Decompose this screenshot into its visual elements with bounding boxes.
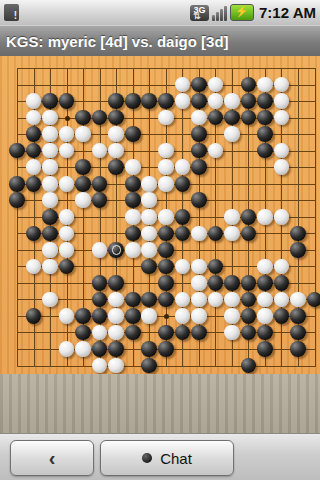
black-stone <box>92 275 108 291</box>
black-stone <box>158 259 174 275</box>
chat-button[interactable]: Chat <box>100 440 234 476</box>
white-stone <box>141 176 157 192</box>
white-stone <box>175 159 191 175</box>
black-stone <box>108 93 124 109</box>
white-stone <box>208 143 224 159</box>
black-stone <box>75 176 91 192</box>
white-stone <box>158 209 174 225</box>
grid-line-h <box>17 366 316 367</box>
black-stone <box>108 110 124 126</box>
signal-strength-icon <box>212 5 227 21</box>
black-stone <box>92 192 108 208</box>
black-stone <box>75 325 91 341</box>
white-stone <box>257 308 273 324</box>
battery-charging-icon <box>230 4 254 21</box>
white-stone <box>42 176 58 192</box>
white-stone <box>42 110 58 126</box>
white-stone <box>257 259 273 275</box>
black-stone <box>241 308 257 324</box>
white-stone <box>42 126 58 142</box>
black-stone <box>141 341 157 357</box>
black-stone <box>208 226 224 242</box>
black-stone <box>141 358 157 374</box>
star-point <box>164 314 169 319</box>
white-stone <box>274 209 290 225</box>
white-stone <box>257 77 273 93</box>
black-stone <box>241 209 257 225</box>
white-stone <box>42 242 58 258</box>
game-title: KGS: myeric [4d] vs. daigo [3d] <box>0 33 229 50</box>
white-stone <box>158 159 174 175</box>
title-bar: KGS: myeric [4d] vs. daigo [3d] <box>0 25 320 56</box>
white-stone <box>59 341 75 357</box>
white-stone <box>75 126 91 142</box>
white-stone <box>42 292 58 308</box>
android-status-bar: 3G 7:12 AM <box>0 0 320 25</box>
black-stone <box>241 93 257 109</box>
white-stone <box>108 143 124 159</box>
black-stone <box>42 93 58 109</box>
black-stone <box>92 292 108 308</box>
black-stone <box>158 93 174 109</box>
black-stone <box>224 275 240 291</box>
turn-indicator-black-stone-icon <box>142 453 152 463</box>
black-stone <box>158 292 174 308</box>
black-stone <box>92 308 108 324</box>
app-screen: 3G 7:12 AM KGS: myeric [4d] vs. daigo [3… <box>0 0 320 480</box>
black-stone <box>257 325 273 341</box>
white-stone <box>141 226 157 242</box>
black-stone <box>42 209 58 225</box>
white-stone <box>158 143 174 159</box>
3g-data-icon: 3G <box>190 5 209 21</box>
white-stone <box>191 308 207 324</box>
black-stone <box>125 308 141 324</box>
chat-button-label: Chat <box>160 450 192 467</box>
white-stone <box>175 308 191 324</box>
black-stone <box>75 110 91 126</box>
white-stone <box>108 292 124 308</box>
black-stone <box>75 308 91 324</box>
black-stone <box>208 110 224 126</box>
white-stone <box>224 308 240 324</box>
black-stone <box>26 176 42 192</box>
black-stone <box>274 275 290 291</box>
white-stone <box>224 209 240 225</box>
black-stone <box>191 93 207 109</box>
white-stone <box>26 159 42 175</box>
black-stone <box>42 226 58 242</box>
white-stone <box>191 110 207 126</box>
white-stone <box>75 341 91 357</box>
black-stone <box>125 292 141 308</box>
white-stone <box>92 242 108 258</box>
black-stone <box>290 242 306 258</box>
black-stone <box>290 341 306 357</box>
black-stone <box>141 292 157 308</box>
white-stone <box>191 226 207 242</box>
black-stone <box>125 93 141 109</box>
back-chevron-icon: ‹ <box>49 447 56 470</box>
black-stone <box>75 159 91 175</box>
white-stone <box>208 77 224 93</box>
white-stone <box>108 126 124 142</box>
white-stone <box>175 93 191 109</box>
white-stone <box>224 93 240 109</box>
black-stone <box>158 341 174 357</box>
white-stone <box>274 77 290 93</box>
black-stone <box>92 341 108 357</box>
white-stone <box>108 358 124 374</box>
white-stone <box>274 143 290 159</box>
black-stone <box>125 325 141 341</box>
white-stone <box>175 292 191 308</box>
white-stone <box>59 176 75 192</box>
black-stone <box>158 242 174 258</box>
black-stone <box>125 176 141 192</box>
white-stone <box>224 325 240 341</box>
black-stone <box>26 308 42 324</box>
black-stone <box>191 192 207 208</box>
black-stone <box>241 77 257 93</box>
white-stone <box>42 192 58 208</box>
white-stone <box>75 192 91 208</box>
black-stone <box>241 292 257 308</box>
white-stone <box>26 110 42 126</box>
black-stone <box>9 192 25 208</box>
black-stone <box>175 226 191 242</box>
white-stone <box>191 259 207 275</box>
black-stone <box>241 275 257 291</box>
black-stone <box>158 275 174 291</box>
black-stone <box>9 176 25 192</box>
black-stone <box>257 126 273 142</box>
tray-strip: ? 185 <box>0 374 320 433</box>
black-stone-last-move <box>108 242 124 258</box>
white-stone <box>125 242 141 258</box>
black-stone <box>241 226 257 242</box>
black-stone <box>125 226 141 242</box>
black-stone <box>191 126 207 142</box>
black-stone <box>290 325 306 341</box>
black-stone <box>191 325 207 341</box>
white-stone <box>158 176 174 192</box>
black-stone <box>175 209 191 225</box>
black-stone <box>158 226 174 242</box>
black-stone <box>26 143 42 159</box>
black-stone <box>108 159 124 175</box>
white-stone <box>92 143 108 159</box>
white-stone <box>141 192 157 208</box>
white-stone <box>191 292 207 308</box>
black-stone <box>274 308 290 324</box>
white-stone <box>125 209 141 225</box>
black-stone <box>257 110 273 126</box>
black-stone <box>307 292 320 308</box>
white-stone <box>59 308 75 324</box>
black-stone <box>241 110 257 126</box>
black-stone <box>191 143 207 159</box>
white-stone <box>26 93 42 109</box>
white-stone <box>125 159 141 175</box>
white-stone <box>26 259 42 275</box>
black-stone <box>175 176 191 192</box>
black-stone <box>92 110 108 126</box>
white-stone <box>191 275 207 291</box>
black-stone <box>59 259 75 275</box>
black-stone <box>191 159 207 175</box>
white-stone <box>274 110 290 126</box>
white-stone <box>175 259 191 275</box>
black-stone <box>208 259 224 275</box>
black-stone <box>257 341 273 357</box>
black-stone <box>26 226 42 242</box>
black-stone <box>59 93 75 109</box>
white-stone <box>59 126 75 142</box>
white-stone <box>92 358 108 374</box>
white-stone <box>141 209 157 225</box>
black-stone <box>208 275 224 291</box>
black-stone <box>158 325 174 341</box>
white-stone <box>257 292 273 308</box>
black-stone <box>92 176 108 192</box>
black-stone <box>125 192 141 208</box>
bottom-button-bar: ‹ Chat <box>0 433 320 480</box>
white-stone <box>158 110 174 126</box>
black-stone <box>241 358 257 374</box>
black-stone <box>141 259 157 275</box>
sim-warning-icon <box>4 4 19 21</box>
black-stone <box>141 93 157 109</box>
white-stone <box>257 209 273 225</box>
white-stone <box>92 325 108 341</box>
white-stone <box>42 159 58 175</box>
white-stone <box>141 242 157 258</box>
white-stone <box>224 126 240 142</box>
black-stone <box>257 93 273 109</box>
black-stone <box>108 341 124 357</box>
black-stone <box>108 275 124 291</box>
board-grid <box>0 56 320 374</box>
white-stone <box>208 292 224 308</box>
white-stone <box>274 259 290 275</box>
black-stone <box>290 308 306 324</box>
black-stone <box>26 126 42 142</box>
white-stone <box>59 226 75 242</box>
white-stone <box>274 159 290 175</box>
black-stone <box>257 275 273 291</box>
white-stone <box>108 325 124 341</box>
black-stone <box>125 126 141 142</box>
black-stone <box>9 143 25 159</box>
black-stone <box>224 110 240 126</box>
black-stone <box>290 226 306 242</box>
back-button[interactable]: ‹ <box>10 440 94 476</box>
black-stone <box>175 325 191 341</box>
black-stone <box>257 143 273 159</box>
white-stone <box>42 143 58 159</box>
white-stone <box>141 308 157 324</box>
white-stone <box>274 292 290 308</box>
star-point <box>65 116 70 121</box>
white-stone <box>274 93 290 109</box>
white-stone <box>224 292 240 308</box>
white-stone <box>59 242 75 258</box>
grid-line-v <box>315 68 316 367</box>
white-stone <box>108 308 124 324</box>
white-stone <box>175 77 191 93</box>
white-stone <box>224 226 240 242</box>
black-stone <box>191 77 207 93</box>
white-stone <box>290 292 306 308</box>
white-stone <box>59 143 75 159</box>
white-stone <box>59 209 75 225</box>
go-board[interactable] <box>0 56 320 374</box>
white-stone <box>208 93 224 109</box>
black-stone <box>241 325 257 341</box>
status-time: 7:12 AM <box>257 4 316 21</box>
white-stone <box>42 259 58 275</box>
